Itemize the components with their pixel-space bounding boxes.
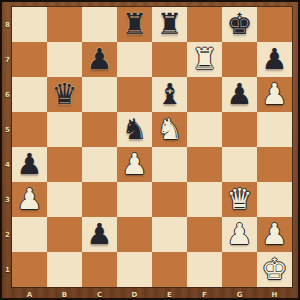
piece-white-pawn-a3[interactable]: ♟ bbox=[12, 182, 47, 217]
square-f5[interactable] bbox=[187, 112, 222, 147]
square-h6[interactable]: ♟ bbox=[257, 77, 292, 112]
piece-white-pawn-g2[interactable]: ♟ bbox=[222, 217, 257, 252]
square-c1[interactable] bbox=[82, 252, 117, 287]
square-a2[interactable] bbox=[12, 217, 47, 252]
piece-black-queen-b6[interactable]: ♛ bbox=[47, 77, 82, 112]
file-label-c: C bbox=[82, 289, 117, 300]
square-c3[interactable] bbox=[82, 182, 117, 217]
piece-white-rook-f7[interactable]: ♜ bbox=[187, 42, 222, 77]
rank-label-5: 5 bbox=[3, 112, 12, 147]
square-a1[interactable] bbox=[12, 252, 47, 287]
piece-black-king-g8[interactable]: ♚ bbox=[222, 7, 257, 42]
square-d8[interactable]: ♜ bbox=[117, 7, 152, 42]
square-g8[interactable]: ♚ bbox=[222, 7, 257, 42]
square-g1[interactable] bbox=[222, 252, 257, 287]
square-e3[interactable] bbox=[152, 182, 187, 217]
rank-label-1: 1 bbox=[3, 252, 12, 287]
rank-label-6: 6 bbox=[3, 77, 12, 112]
square-b5[interactable] bbox=[47, 112, 82, 147]
square-d3[interactable] bbox=[117, 182, 152, 217]
square-d6[interactable] bbox=[117, 77, 152, 112]
square-d5[interactable]: ♞ bbox=[117, 112, 152, 147]
square-g4[interactable] bbox=[222, 147, 257, 182]
chess-board: ♜♜♚♟♜♟♛♝♟♟♞♞♟♟♟♛♟♟♟♚ bbox=[12, 7, 292, 287]
square-g2[interactable]: ♟ bbox=[222, 217, 257, 252]
square-h8[interactable] bbox=[257, 7, 292, 42]
square-d7[interactable] bbox=[117, 42, 152, 77]
square-h4[interactable] bbox=[257, 147, 292, 182]
square-h5[interactable] bbox=[257, 112, 292, 147]
square-a4[interactable]: ♟ bbox=[12, 147, 47, 182]
square-g5[interactable] bbox=[222, 112, 257, 147]
square-d4[interactable]: ♟ bbox=[117, 147, 152, 182]
file-label-d: D bbox=[117, 289, 152, 300]
rank-label-4: 4 bbox=[3, 147, 12, 182]
square-d1[interactable] bbox=[117, 252, 152, 287]
piece-white-king-h1[interactable]: ♚ bbox=[257, 252, 292, 287]
piece-black-knight-d5[interactable]: ♞ bbox=[117, 112, 152, 147]
square-f6[interactable] bbox=[187, 77, 222, 112]
file-label-f: F bbox=[187, 289, 222, 300]
piece-white-pawn-h2[interactable]: ♟ bbox=[257, 217, 292, 252]
square-e5[interactable]: ♞ bbox=[152, 112, 187, 147]
square-a7[interactable] bbox=[12, 42, 47, 77]
square-e8[interactable]: ♜ bbox=[152, 7, 187, 42]
square-b7[interactable] bbox=[47, 42, 82, 77]
square-f2[interactable] bbox=[187, 217, 222, 252]
square-a5[interactable] bbox=[12, 112, 47, 147]
square-g3[interactable]: ♛ bbox=[222, 182, 257, 217]
square-h3[interactable] bbox=[257, 182, 292, 217]
square-e2[interactable] bbox=[152, 217, 187, 252]
piece-white-queen-g3[interactable]: ♛ bbox=[222, 182, 257, 217]
square-g7[interactable] bbox=[222, 42, 257, 77]
rank-label-3: 3 bbox=[3, 182, 12, 217]
square-c4[interactable] bbox=[82, 147, 117, 182]
square-e6[interactable]: ♝ bbox=[152, 77, 187, 112]
square-g6[interactable]: ♟ bbox=[222, 77, 257, 112]
square-a3[interactable]: ♟ bbox=[12, 182, 47, 217]
square-b3[interactable] bbox=[47, 182, 82, 217]
square-h2[interactable]: ♟ bbox=[257, 217, 292, 252]
file-label-a: A bbox=[12, 289, 47, 300]
square-d2[interactable] bbox=[117, 217, 152, 252]
piece-white-knight-e5[interactable]: ♞ bbox=[152, 112, 187, 147]
piece-black-pawn-g6[interactable]: ♟ bbox=[222, 77, 257, 112]
square-c8[interactable] bbox=[82, 7, 117, 42]
piece-black-pawn-c2[interactable]: ♟ bbox=[82, 217, 117, 252]
rank-label-2: 2 bbox=[3, 217, 12, 252]
square-b6[interactable]: ♛ bbox=[47, 77, 82, 112]
square-b4[interactable] bbox=[47, 147, 82, 182]
square-f1[interactable] bbox=[187, 252, 222, 287]
square-c6[interactable] bbox=[82, 77, 117, 112]
square-e1[interactable] bbox=[152, 252, 187, 287]
rank-label-8: 8 bbox=[3, 7, 12, 42]
piece-black-pawn-h7[interactable]: ♟ bbox=[257, 42, 292, 77]
square-b2[interactable] bbox=[47, 217, 82, 252]
piece-black-rook-e8[interactable]: ♜ bbox=[152, 7, 187, 42]
square-f7[interactable]: ♜ bbox=[187, 42, 222, 77]
piece-black-pawn-c7[interactable]: ♟ bbox=[82, 42, 117, 77]
square-f4[interactable] bbox=[187, 147, 222, 182]
square-f3[interactable] bbox=[187, 182, 222, 217]
square-c2[interactable]: ♟ bbox=[82, 217, 117, 252]
square-c7[interactable]: ♟ bbox=[82, 42, 117, 77]
file-label-b: B bbox=[47, 289, 82, 300]
square-a6[interactable] bbox=[12, 77, 47, 112]
square-h7[interactable]: ♟ bbox=[257, 42, 292, 77]
file-label-g: G bbox=[222, 289, 257, 300]
square-e7[interactable] bbox=[152, 42, 187, 77]
square-f8[interactable] bbox=[187, 7, 222, 42]
square-b8[interactable] bbox=[47, 7, 82, 42]
square-e4[interactable] bbox=[152, 147, 187, 182]
piece-black-rook-d8[interactable]: ♜ bbox=[117, 7, 152, 42]
file-label-h: H bbox=[257, 289, 292, 300]
square-a8[interactable] bbox=[12, 7, 47, 42]
piece-black-pawn-a4[interactable]: ♟ bbox=[12, 147, 47, 182]
square-b1[interactable] bbox=[47, 252, 82, 287]
rank-label-7: 7 bbox=[3, 42, 12, 77]
square-h1[interactable]: ♚ bbox=[257, 252, 292, 287]
file-label-e: E bbox=[152, 289, 187, 300]
piece-black-bishop-e6[interactable]: ♝ bbox=[152, 77, 187, 112]
piece-white-pawn-h6[interactable]: ♟ bbox=[257, 77, 292, 112]
chess-diagram: ♜♜♚♟♜♟♛♝♟♟♞♞♟♟♟♛♟♟♟♚ 87654321 ABCDEFGH bbox=[0, 0, 300, 300]
square-c5[interactable] bbox=[82, 112, 117, 147]
piece-white-pawn-d4[interactable]: ♟ bbox=[117, 147, 152, 182]
